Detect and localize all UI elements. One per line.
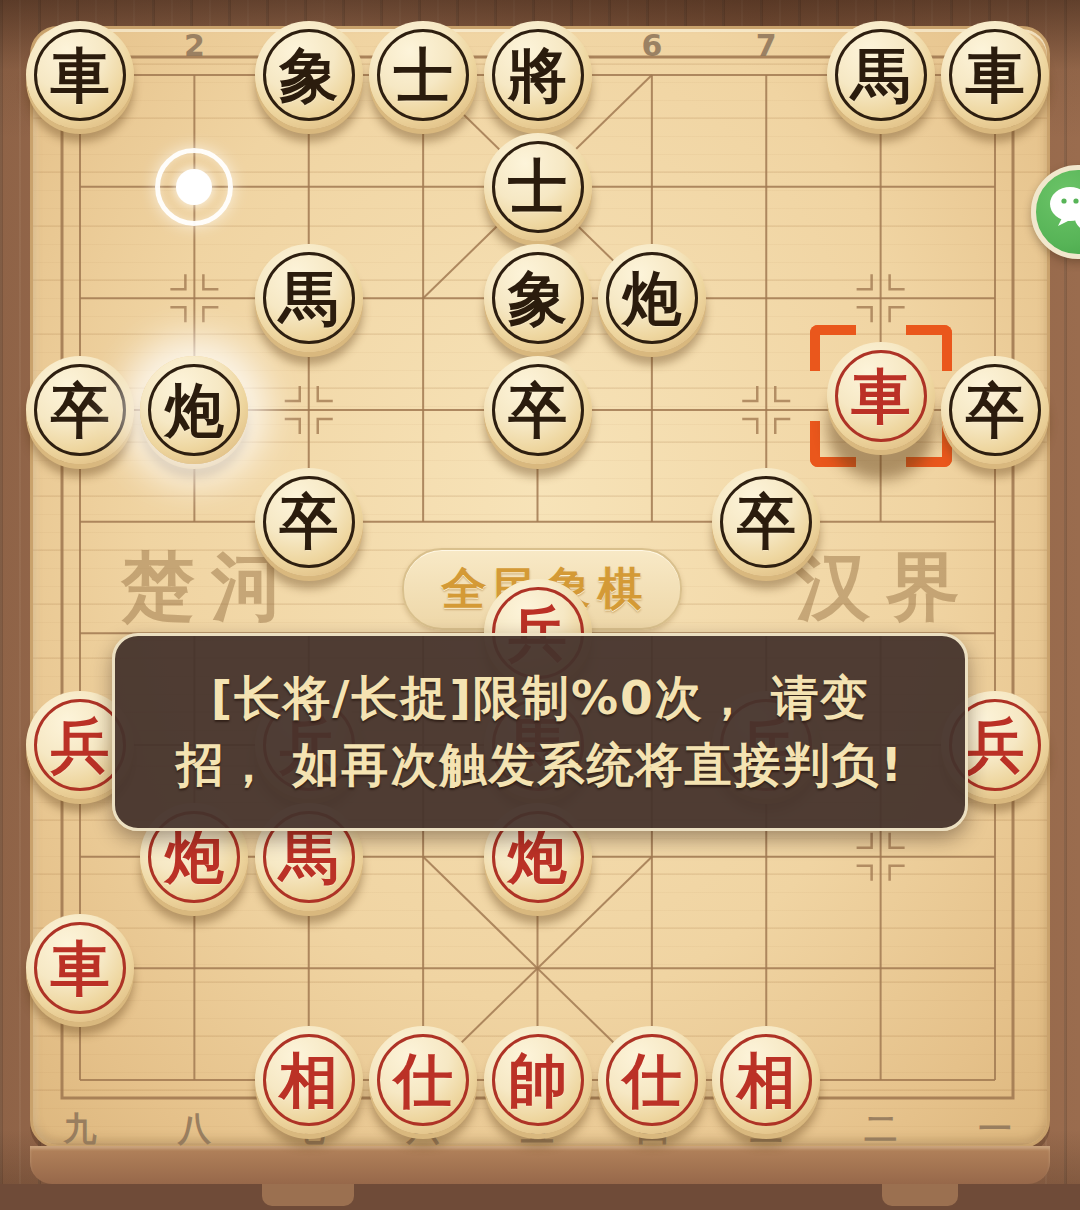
- toast-line-1: [长将/长捉]限制%0次， 请变: [211, 667, 869, 730]
- piece-character: 卒: [966, 381, 1025, 440]
- last-move-origin-marker: [155, 148, 233, 226]
- piece-red-帥[interactable]: 帥: [484, 1026, 592, 1134]
- file-label-bottom-8: 二: [864, 1107, 897, 1152]
- piece-black-士[interactable]: 士: [369, 21, 477, 129]
- stand-tab-right: [882, 1184, 958, 1206]
- piece-character: 車: [51, 939, 110, 998]
- piece-black-卒[interactable]: 卒: [484, 356, 592, 464]
- wechat-icon[interactable]: [1031, 165, 1080, 259]
- file-label-bottom-1: 九: [64, 1107, 97, 1152]
- piece-character: 仕: [622, 1051, 681, 1110]
- board-ledge: [30, 1146, 1050, 1184]
- piece-black-炮[interactable]: 炮: [140, 356, 248, 464]
- piece-character: 卒: [737, 492, 796, 551]
- piece-character: 炮: [622, 269, 681, 328]
- piece-character: 兵: [966, 716, 1025, 775]
- piece-character: 象: [508, 269, 567, 328]
- piece-red-仕[interactable]: 仕: [369, 1026, 477, 1134]
- piece-red-車[interactable]: 車: [827, 342, 935, 450]
- rule-warning-toast: [长将/长捉]限制%0次， 请变 招， 如再次触发系统将直接判负!: [112, 633, 968, 831]
- piece-character: 車: [966, 46, 1025, 105]
- file-label-top-2: 2: [184, 28, 205, 63]
- piece-character: 士: [394, 46, 453, 105]
- file-label-bottom-2: 八: [178, 1107, 211, 1152]
- piece-character: 馬: [851, 46, 910, 105]
- stand-tab-left: [262, 1184, 354, 1206]
- toast-line-2: 招， 如再次触发系统将直接判负!: [176, 734, 904, 797]
- piece-red-仕[interactable]: 仕: [598, 1026, 706, 1134]
- piece-character: 兵: [51, 716, 110, 775]
- piece-black-炮[interactable]: 炮: [598, 244, 706, 352]
- piece-character: 馬: [279, 269, 338, 328]
- piece-black-卒[interactable]: 卒: [26, 356, 134, 464]
- piece-character: 卒: [279, 492, 338, 551]
- piece-red-相[interactable]: 相: [712, 1026, 820, 1134]
- piece-black-士[interactable]: 士: [484, 133, 592, 241]
- piece-character: 卒: [508, 381, 567, 440]
- piece-character: 仕: [394, 1051, 453, 1110]
- piece-black-象[interactable]: 象: [484, 244, 592, 352]
- file-label-top-7: 7: [756, 28, 777, 63]
- piece-character: 士: [508, 157, 567, 216]
- piece-black-卒[interactable]: 卒: [941, 356, 1049, 464]
- piece-character: 相: [279, 1051, 338, 1110]
- piece-character: 車: [851, 367, 910, 426]
- piece-character: 馬: [279, 827, 338, 886]
- piece-black-卒[interactable]: 卒: [255, 468, 363, 576]
- piece-character: 卒: [51, 381, 110, 440]
- piece-black-將[interactable]: 將: [484, 21, 592, 129]
- piece-character: 相: [737, 1051, 796, 1110]
- xiangqi-app-screen: 楚河 汉界 全民象棋 車象士將馬車士馬象炮卒炮卒車卒卒卒兵兵兵馬兵兵炮馬炮車相仕…: [0, 0, 1080, 1210]
- piece-red-相[interactable]: 相: [255, 1026, 363, 1134]
- wechat-bubbles-glyph: [1036, 170, 1080, 254]
- file-label-top-6: 6: [641, 28, 662, 63]
- piece-character: 車: [51, 46, 110, 105]
- piece-black-車[interactable]: 車: [26, 21, 134, 129]
- piece-black-馬[interactable]: 馬: [827, 21, 935, 129]
- piece-character: 炮: [165, 827, 224, 886]
- piece-character: 象: [279, 46, 338, 105]
- piece-character: 炮: [165, 381, 224, 440]
- piece-red-車[interactable]: 車: [26, 914, 134, 1022]
- piece-black-卒[interactable]: 卒: [712, 468, 820, 576]
- piece-character: 炮: [508, 827, 567, 886]
- file-label-bottom-9: 一: [979, 1107, 1012, 1152]
- piece-black-車[interactable]: 車: [941, 21, 1049, 129]
- piece-character: 將: [508, 46, 567, 105]
- piece-black-象[interactable]: 象: [255, 21, 363, 129]
- piece-black-馬[interactable]: 馬: [255, 244, 363, 352]
- piece-character: 帥: [508, 1051, 567, 1110]
